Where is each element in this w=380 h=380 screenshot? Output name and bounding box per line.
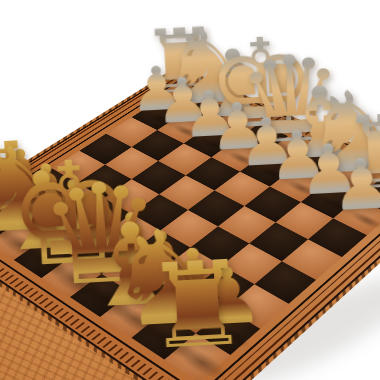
square-a4 [254, 261, 315, 304]
square-f3 [75, 198, 131, 234]
piece-shadow [363, 185, 380, 216]
piece-shadow [212, 322, 253, 350]
piece-shadow [179, 302, 219, 328]
square-d1 [70, 274, 131, 317]
square-b2 [163, 289, 226, 334]
piece-shadow [0, 212, 18, 244]
square-d8 [264, 136, 317, 168]
square-a1 [164, 333, 230, 380]
square-h3 [23, 168, 77, 202]
square-h5 [79, 134, 131, 165]
square-f2 [45, 218, 103, 256]
square-c7 [270, 168, 325, 202]
piece-shadow [254, 164, 289, 183]
piece-shadow [299, 155, 352, 184]
square-g6 [132, 130, 184, 161]
square-g3 [49, 183, 104, 218]
square-b1 [131, 313, 195, 360]
square-a3 [226, 284, 289, 329]
square-g8 [182, 98, 232, 127]
square-c5 [218, 206, 276, 243]
piece-shadow [327, 168, 380, 202]
square-e6 [186, 157, 240, 190]
piece-shadow [145, 110, 176, 127]
piece-shadow [225, 150, 259, 169]
square-g7 [157, 114, 208, 144]
piece-shadow [0, 226, 48, 264]
square-f6 [158, 143, 211, 175]
square-e4 [132, 194, 188, 230]
square-a6 [308, 218, 367, 257]
square-h1 [0, 206, 19, 243]
square-b6 [276, 202, 334, 239]
piece-shadow [60, 229, 95, 251]
piece-shadow [40, 257, 110, 304]
square-d2 [101, 252, 161, 293]
piece-shadow [135, 318, 202, 365]
square-g4 [77, 165, 131, 198]
square-g1 [0, 222, 45, 260]
square-b3 [193, 265, 254, 308]
piece-shadow [348, 209, 380, 231]
square-f4 [104, 179, 159, 214]
piece-shadow [33, 213, 67, 234]
square-e3 [103, 214, 161, 252]
square-a2 [196, 308, 260, 355]
square-e8 [236, 123, 288, 154]
square-c3 [162, 248, 222, 289]
piece-shadow [117, 264, 154, 288]
square-f5 [132, 161, 186, 194]
square-h2 [0, 187, 49, 222]
square-c4 [190, 226, 249, 265]
piece-shadow [213, 115, 262, 141]
piece-shadow [284, 178, 320, 198]
square-c6 [244, 187, 300, 223]
piece-shadow [264, 138, 328, 172]
square-c8 [294, 150, 348, 183]
square-a5 [282, 239, 342, 280]
square-a7 [333, 198, 380, 235]
square-a8 [357, 179, 380, 214]
square-d5 [188, 190, 244, 226]
square-d7 [240, 154, 294, 187]
square-b7 [301, 183, 357, 219]
piece-shadow [107, 300, 165, 340]
piece-shadow [70, 277, 139, 324]
square-d6 [215, 172, 270, 206]
square-f1 [14, 238, 73, 278]
piece-shadow [20, 245, 73, 280]
square-h7 [132, 101, 182, 130]
piece-shadow [234, 124, 299, 159]
product-photo-stage: ♜♞♝♛♚♝♞♜♟♟♟♟♟♟♟♟♟♟♟♟♟♟♟♟♜♞♝♛♚♝♞♜ [0, 0, 380, 380]
square-b8 [325, 164, 380, 198]
square-c1 [100, 293, 163, 338]
square-g2 [19, 202, 75, 238]
square-h8 [156, 86, 205, 114]
piece-shadow [88, 246, 124, 269]
square-b4 [222, 243, 282, 284]
piece-shadow [162, 91, 207, 115]
piece-shadow [197, 136, 230, 154]
piece-shadow [170, 123, 202, 140]
square-d4 [160, 210, 218, 248]
square-g5 [105, 147, 158, 179]
square-e7 [211, 140, 264, 172]
piece-shadow [184, 101, 237, 129]
square-d3 [132, 230, 191, 269]
square-f7 [184, 127, 236, 158]
square-h6 [106, 117, 157, 147]
square-c2 [132, 270, 193, 313]
square-e5 [159, 175, 214, 210]
square-f8 [208, 110, 259, 140]
piece-shadow [172, 342, 233, 380]
piece-shadow [8, 197, 41, 218]
square-h4 [52, 151, 105, 183]
square-e1 [41, 256, 101, 297]
square-b5 [249, 222, 308, 261]
piece-shadow [315, 194, 352, 215]
square-e2 [73, 234, 132, 273]
piece-shadow [147, 283, 185, 308]
